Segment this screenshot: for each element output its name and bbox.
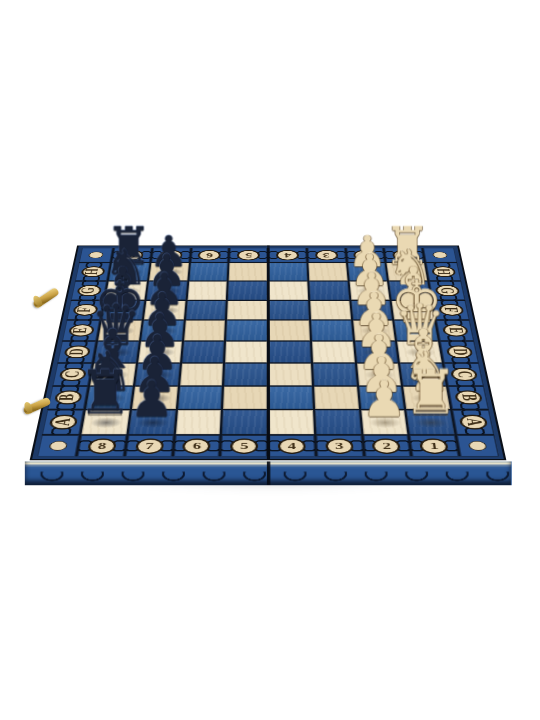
piece-shadow	[105, 326, 136, 335]
piece-shadow	[355, 287, 385, 295]
file-medallion: E	[67, 324, 94, 336]
piece-shadow	[136, 417, 170, 428]
corner-oval	[432, 252, 448, 259]
piece-shadow	[404, 348, 436, 358]
square-h6	[189, 263, 228, 281]
rank-label-far-3: 3	[308, 248, 346, 262]
piece-shadow	[393, 268, 422, 276]
piece-shadow	[363, 370, 395, 380]
file-medallion: A	[458, 415, 488, 430]
piece-shadow	[361, 348, 393, 358]
square-e2: ♟	[353, 321, 396, 341]
square-g6	[187, 281, 227, 299]
square-b6	[177, 386, 222, 409]
white-knight-b1: ♞	[402, 344, 451, 399]
file-medallion: C	[58, 368, 87, 381]
file-medallion: C	[449, 368, 478, 381]
rank-label-far-1: 1	[385, 248, 424, 262]
square-b5	[223, 386, 267, 409]
square-a2: ♟	[361, 410, 408, 434]
square-a7: ♟	[128, 410, 175, 434]
file-medallion: A	[48, 415, 78, 430]
piece-shadow	[368, 417, 402, 428]
square-f2: ♟	[351, 301, 393, 320]
file-label-right-H: H	[426, 263, 461, 281]
square-e7: ♟	[141, 321, 184, 341]
square-f6	[185, 301, 226, 320]
square-e5	[226, 321, 267, 341]
rank-medallion: 2	[372, 438, 401, 453]
file-medallion: E	[441, 324, 468, 336]
piece-shadow	[101, 348, 133, 358]
rank-label-near-8: 8	[78, 435, 126, 456]
piece-shadow	[109, 306, 140, 315]
square-h2: ♟	[347, 263, 387, 281]
square-f1: ♝	[392, 301, 434, 320]
rank-medallion: 8	[120, 250, 144, 260]
square-a6	[175, 410, 221, 434]
piece-shadow	[112, 287, 142, 295]
file-medallion: B	[454, 391, 483, 405]
rank-medallion: 7	[135, 438, 164, 453]
square-d5	[225, 342, 267, 363]
rank-label-near-2: 2	[363, 435, 411, 456]
file-label-right-C: C	[444, 363, 483, 385]
file-medallion: B	[53, 391, 82, 405]
piece-shadow	[153, 287, 182, 295]
piece-shadow	[398, 306, 429, 315]
piece-shadow	[407, 370, 440, 380]
piece-shadow	[139, 393, 172, 404]
rank-medallion: 8	[87, 438, 117, 453]
file-label-right-G: G	[429, 281, 465, 299]
square-f7: ♟	[144, 301, 186, 320]
file-label-right-A: A	[452, 410, 494, 434]
square-c8: ♝	[90, 363, 136, 385]
square-a3	[315, 410, 361, 434]
square-b8: ♞	[86, 386, 133, 409]
square-b4	[269, 386, 313, 409]
square-e4	[269, 321, 310, 341]
rank-label-far-8: 8	[112, 248, 151, 262]
file-label-left-D: D	[57, 342, 95, 363]
file-medallion: F	[72, 304, 98, 316]
square-d7: ♟	[138, 342, 182, 363]
file-medallion: G	[434, 285, 460, 296]
square-g4	[269, 281, 308, 299]
rank-medallion: 1	[419, 438, 449, 453]
square-d4	[269, 342, 311, 363]
rank-label-far-7: 7	[151, 248, 190, 262]
square-a5	[222, 410, 267, 434]
black-knight-b8: ♞	[85, 344, 134, 399]
square-e1: ♚	[394, 321, 437, 341]
square-h7: ♟	[149, 263, 189, 281]
rank-medallion: 2	[353, 250, 377, 260]
piece-shadow	[411, 393, 445, 404]
square-f4	[269, 301, 309, 320]
file-label-left-H: H	[75, 263, 110, 281]
piece-shadow	[366, 393, 399, 404]
fold-seam	[266, 246, 269, 461]
square-a4	[269, 410, 314, 434]
square-c6	[180, 363, 224, 385]
board-grid: 87654321H♜♟♟♜HG♞♟♟♞GF♝♟♟♝FE♚♟♟♚ED♛♟♟♛DC♝…	[32, 246, 504, 459]
square-h8: ♜	[109, 263, 150, 281]
piece-shadow	[93, 393, 127, 404]
piece-shadow	[357, 306, 387, 315]
piece-shadow	[115, 268, 144, 276]
white-rook-h1: ♜	[384, 221, 431, 273]
rank-label-near-5: 5	[221, 435, 267, 456]
square-d3	[312, 342, 355, 363]
square-d6	[182, 342, 225, 363]
square-g2: ♟	[349, 281, 390, 299]
rank-label-near-6: 6	[173, 435, 220, 456]
file-medallion: D	[445, 345, 473, 358]
file-label-right-F: F	[433, 301, 470, 320]
file-label-right-E: E	[436, 321, 474, 341]
piece-shadow	[155, 268, 184, 276]
rank-label-near-4: 4	[269, 435, 315, 456]
corner-ornament	[79, 248, 113, 262]
square-b3	[314, 386, 359, 409]
corner-oval	[88, 252, 104, 259]
square-g5	[228, 281, 267, 299]
square-h3	[308, 263, 347, 281]
file-label-right-D: D	[440, 342, 478, 363]
square-e3	[311, 321, 353, 341]
rank-medallion: 1	[392, 250, 416, 260]
corner-ornament	[37, 435, 79, 456]
square-c5	[224, 363, 267, 385]
square-f3	[310, 301, 351, 320]
square-d1: ♛	[397, 342, 441, 363]
piece-shadow	[142, 370, 174, 380]
rank-medallion: 4	[276, 250, 299, 260]
corner-oval	[468, 441, 488, 451]
rank-medallion: 6	[182, 438, 211, 453]
file-label-left-A: A	[42, 410, 84, 434]
brass-clasp-upper	[32, 287, 60, 309]
file-medallion: H	[431, 266, 456, 277]
file-label-left-E: E	[62, 321, 100, 341]
file-label-left-C: C	[52, 363, 91, 385]
file-medallion: F	[438, 304, 464, 316]
chess-board: 87654321H♜♟♟♜HG♞♟♟♞GF♝♟♟♝FE♚♟♟♚ED♛♟♟♛DC♝…	[32, 246, 504, 459]
piece-shadow	[150, 306, 180, 315]
square-f5	[227, 301, 267, 320]
rank-medallion: 3	[315, 250, 338, 260]
square-e6	[184, 321, 226, 341]
piece-shadow	[97, 370, 130, 380]
rank-label-far-4: 4	[269, 248, 306, 262]
piece-shadow	[401, 326, 432, 335]
rank-label-near-7: 7	[125, 435, 173, 456]
square-c2: ♟	[357, 363, 402, 385]
rank-medallion: 6	[198, 250, 221, 260]
file-label-right-B: B	[448, 386, 489, 409]
square-a8: ♜	[81, 410, 129, 434]
corner-ornament	[457, 435, 499, 456]
square-c3	[313, 363, 357, 385]
rank-label-near-3: 3	[316, 435, 363, 456]
rank-label-far-6: 6	[190, 248, 228, 262]
file-medallion: H	[80, 266, 105, 277]
piece-shadow	[89, 417, 123, 428]
piece-shadow	[359, 326, 390, 335]
product-photo-scene: 87654321H♜♟♟♜HG♞♟♟♞GF♝♟♟♝FE♚♟♟♚ED♛♟♟♛DC♝…	[0, 0, 540, 720]
rank-medallion: 7	[159, 250, 183, 260]
square-b1: ♞	[403, 386, 450, 409]
file-medallion: D	[63, 345, 91, 358]
rank-medallion: 3	[325, 438, 354, 453]
black-rook-h8: ♜	[106, 221, 153, 273]
rank-medallion: 5	[230, 438, 258, 453]
piece-shadow	[414, 417, 448, 428]
square-c7: ♟	[135, 363, 180, 385]
corner-ornament	[423, 248, 457, 262]
square-a1: ♜	[407, 410, 455, 434]
piece-shadow	[145, 348, 177, 358]
square-b2: ♟	[359, 386, 405, 409]
square-d8: ♛	[94, 342, 138, 363]
rank-label-far-5: 5	[230, 248, 267, 262]
piece-shadow	[148, 326, 179, 335]
piece-shadow	[354, 268, 383, 276]
square-c1: ♝	[400, 363, 446, 385]
square-c4	[269, 363, 312, 385]
square-g3	[309, 281, 349, 299]
square-e8: ♚	[98, 321, 141, 341]
file-label-left-B: B	[47, 386, 88, 409]
piece-shadow	[396, 287, 426, 295]
rank-label-near-1: 1	[410, 435, 458, 456]
square-f8: ♝	[102, 301, 144, 320]
corner-oval	[48, 441, 68, 451]
square-g1: ♞	[389, 281, 430, 299]
rank-medallion: 5	[237, 250, 260, 260]
square-b7: ♟	[132, 386, 178, 409]
rank-medallion: 4	[278, 438, 306, 453]
file-label-left-F: F	[67, 301, 104, 320]
square-g8: ♞	[105, 281, 146, 299]
square-h5	[229, 263, 267, 281]
square-h1: ♜	[387, 263, 428, 281]
rank-label-far-2: 2	[346, 248, 385, 262]
file-medallion: G	[76, 285, 102, 296]
square-h4	[269, 263, 307, 281]
board-front-edge	[25, 461, 511, 485]
square-d2: ♟	[355, 342, 399, 363]
square-g7: ♟	[146, 281, 187, 299]
file-label-left-G: G	[71, 281, 107, 299]
